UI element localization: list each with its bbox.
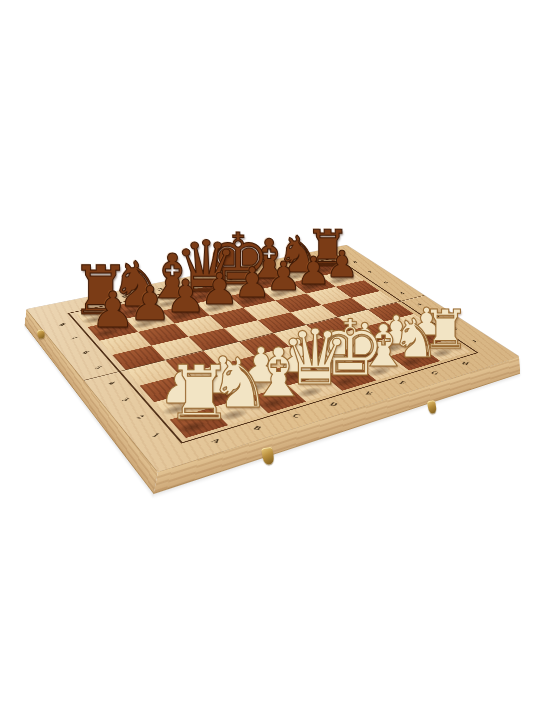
piece-black-pawn-c7: ♟	[165, 274, 206, 319]
piece-white-rook-a1: ♜	[165, 356, 232, 431]
piece-black-pawn-h7: ♟	[326, 247, 359, 284]
piece-black-pawn-f7: ♟	[266, 257, 302, 297]
piece-black-pawn-b7: ♟	[129, 280, 172, 327]
piece-black-pawn-g7: ♟	[296, 252, 330, 290]
pieces-layer: ♜♞♝♛♚♝♞♜♟♟♟♟♟♟♟♟♟♟♟♟♟♟♟♟♜♞♝♛♚♝♞♜	[0, 0, 540, 720]
chess-set-photo: 88AA77BB66CC55DD44EE33FF22GG11HH ♜♞♝♛♚♝♞…	[0, 0, 540, 720]
piece-black-pawn-d7: ♟	[200, 268, 239, 311]
piece-black-pawn-a7: ♟	[91, 286, 136, 336]
piece-black-pawn-e7: ♟	[234, 262, 271, 304]
